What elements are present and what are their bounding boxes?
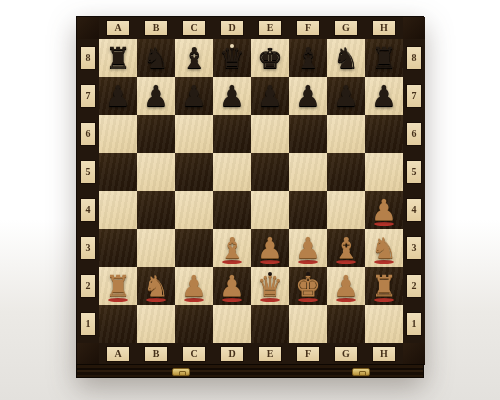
chess-board-wrap: ABCDEFGH8♜♞♝♛♚♝♞♜87♟♟♟♟♟♟♟♟766554♟43♝♟♟♝… <box>76 16 424 378</box>
white-queen[interactable]: ♛ <box>257 272 283 301</box>
square-b4[interactable] <box>137 191 175 229</box>
rank-label-left-4-tile: 4 <box>80 198 96 222</box>
square-e7[interactable]: ♟ <box>251 77 289 115</box>
black-knight[interactable]: ♞ <box>143 44 169 73</box>
square-h5[interactable] <box>365 153 403 191</box>
white-pawn[interactable]: ♟ <box>295 234 321 263</box>
rank-label-right-1-tile: 1 <box>406 312 422 336</box>
square-g1[interactable] <box>327 305 365 343</box>
square-g3[interactable]: ♝ <box>327 229 365 267</box>
square-a3[interactable] <box>99 229 137 267</box>
file-label-bottom-h-tile: H <box>372 346 396 362</box>
file-label-bottom-d-tile: D <box>220 346 244 362</box>
square-g4[interactable] <box>327 191 365 229</box>
square-c4[interactable] <box>175 191 213 229</box>
file-label-top-e: E <box>251 17 289 39</box>
black-rook[interactable]: ♜ <box>105 44 131 73</box>
square-f3[interactable]: ♟ <box>289 229 327 267</box>
square-f7[interactable]: ♟ <box>289 77 327 115</box>
square-h4[interactable]: ♟ <box>365 191 403 229</box>
rank-label-left-3-tile: 3 <box>80 236 96 260</box>
file-label-bottom-c: C <box>175 343 213 365</box>
brass-clasp-2 <box>352 368 370 376</box>
file-label-bottom-c-tile: C <box>182 346 206 362</box>
file-label-top-b-tile: B <box>144 20 168 36</box>
rank-label-left-5-tile: 5 <box>80 160 96 184</box>
black-pawn[interactable]: ♟ <box>219 82 245 111</box>
file-label-bottom-f: F <box>289 343 327 365</box>
white-rook[interactable]: ♜ <box>371 272 397 301</box>
square-e5[interactable] <box>251 153 289 191</box>
square-e3[interactable]: ♟ <box>251 229 289 267</box>
white-bishop[interactable]: ♝ <box>219 234 245 263</box>
rank-label-right-2-tile: 2 <box>406 274 422 298</box>
square-a2[interactable]: ♜ <box>99 267 137 305</box>
square-g5[interactable] <box>327 153 365 191</box>
square-g7[interactable]: ♟ <box>327 77 365 115</box>
brass-clasp-1 <box>172 368 190 376</box>
square-b1[interactable] <box>137 305 175 343</box>
square-f6[interactable] <box>289 115 327 153</box>
black-pawn[interactable]: ♟ <box>181 82 207 111</box>
square-d5[interactable] <box>213 153 251 191</box>
square-c3[interactable] <box>175 229 213 267</box>
file-label-bottom-f-tile: F <box>296 346 320 362</box>
square-d8[interactable]: ♛ <box>213 39 251 77</box>
square-b7[interactable]: ♟ <box>137 77 175 115</box>
folding-box-front-edge <box>76 364 424 378</box>
rank-label-left-8-tile: 8 <box>80 46 96 70</box>
black-king[interactable]: ♚ <box>257 44 283 73</box>
file-label-top-h: H <box>365 17 403 39</box>
black-bishop[interactable]: ♝ <box>295 44 321 73</box>
square-b2[interactable]: ♞ <box>137 267 175 305</box>
square-c2[interactable]: ♟ <box>175 267 213 305</box>
file-label-top-d: D <box>213 17 251 39</box>
square-f4[interactable] <box>289 191 327 229</box>
square-a1[interactable] <box>99 305 137 343</box>
rank-label-left-3: 3 <box>77 229 99 267</box>
square-b8[interactable]: ♞ <box>137 39 175 77</box>
square-e6[interactable] <box>251 115 289 153</box>
white-rook[interactable]: ♜ <box>105 272 131 301</box>
square-d1[interactable] <box>213 305 251 343</box>
file-label-bottom-a: A <box>99 343 137 365</box>
rank-label-right-5-tile: 5 <box>406 160 422 184</box>
rank-label-right-4-tile: 4 <box>406 198 422 222</box>
rank-label-right-5: 5 <box>403 153 425 191</box>
black-pawn[interactable]: ♟ <box>105 82 131 111</box>
black-queen[interactable]: ♛ <box>219 44 245 73</box>
rank-label-right-6-tile: 6 <box>406 122 422 146</box>
square-e4[interactable] <box>251 191 289 229</box>
square-a4[interactable] <box>99 191 137 229</box>
square-b3[interactable] <box>137 229 175 267</box>
white-pawn[interactable]: ♟ <box>181 272 207 301</box>
white-knight[interactable]: ♞ <box>143 272 169 301</box>
black-bishop[interactable]: ♝ <box>181 44 207 73</box>
file-label-top-f-tile: F <box>296 20 320 36</box>
square-f1[interactable] <box>289 305 327 343</box>
file-label-bottom-d: D <box>213 343 251 365</box>
square-h3[interactable]: ♞ <box>365 229 403 267</box>
square-g8[interactable]: ♞ <box>327 39 365 77</box>
square-e8[interactable]: ♚ <box>251 39 289 77</box>
square-c6[interactable] <box>175 115 213 153</box>
rank-label-right-3-tile: 3 <box>406 236 422 260</box>
square-a6[interactable] <box>99 115 137 153</box>
file-label-top-g-tile: G <box>334 20 358 36</box>
rank-label-right-8-tile: 8 <box>406 46 422 70</box>
black-pawn[interactable]: ♟ <box>295 82 321 111</box>
rank-label-left-2: 2 <box>77 267 99 305</box>
rank-label-left-1-tile: 1 <box>80 312 96 336</box>
file-label-top-h-tile: H <box>372 20 396 36</box>
file-label-top-a-tile: A <box>106 20 130 36</box>
square-a8[interactable]: ♜ <box>99 39 137 77</box>
frame-corner-top-right <box>403 17 425 39</box>
file-label-bottom-b-tile: B <box>144 346 168 362</box>
square-h2[interactable]: ♜ <box>365 267 403 305</box>
square-a7[interactable]: ♟ <box>99 77 137 115</box>
rank-label-left-5: 5 <box>77 153 99 191</box>
white-pawn[interactable]: ♟ <box>371 196 397 225</box>
finial-tip <box>306 272 310 276</box>
rank-label-right-3: 3 <box>403 229 425 267</box>
chess-board: ABCDEFGH8♜♞♝♛♚♝♞♜87♟♟♟♟♟♟♟♟766554♟43♝♟♟♝… <box>76 16 424 364</box>
square-h6[interactable] <box>365 115 403 153</box>
square-h1[interactable] <box>365 305 403 343</box>
white-bishop[interactable]: ♝ <box>333 234 359 263</box>
square-d2[interactable]: ♟ <box>213 267 251 305</box>
white-pawn[interactable]: ♟ <box>333 272 359 301</box>
file-label-top-d-tile: D <box>220 20 244 36</box>
frame-corner-top-left <box>77 17 99 39</box>
white-pawn[interactable]: ♟ <box>257 234 283 263</box>
rank-label-left-1: 1 <box>77 305 99 343</box>
product-photo-scene: ABCDEFGH8♜♞♝♛♚♝♞♜87♟♟♟♟♟♟♟♟766554♟43♝♟♟♝… <box>0 0 500 400</box>
white-pawn[interactable]: ♟ <box>219 272 245 301</box>
rank-label-right-2: 2 <box>403 267 425 305</box>
square-f5[interactable] <box>289 153 327 191</box>
file-label-bottom-e: E <box>251 343 289 365</box>
rank-label-left-4: 4 <box>77 191 99 229</box>
square-h7[interactable]: ♟ <box>365 77 403 115</box>
square-g2[interactable]: ♟ <box>327 267 365 305</box>
square-g6[interactable] <box>327 115 365 153</box>
square-b6[interactable] <box>137 115 175 153</box>
square-c5[interactable] <box>175 153 213 191</box>
file-label-top-f: F <box>289 17 327 39</box>
black-knight[interactable]: ♞ <box>333 44 359 73</box>
file-label-bottom-b: B <box>137 343 175 365</box>
rank-label-right-8: 8 <box>403 39 425 77</box>
file-label-bottom-h: H <box>365 343 403 365</box>
finial-tip <box>268 44 272 48</box>
rank-label-right-4: 4 <box>403 191 425 229</box>
square-d4[interactable] <box>213 191 251 229</box>
rank-label-left-8: 8 <box>77 39 99 77</box>
rank-label-left-2-tile: 2 <box>80 274 96 298</box>
rank-label-right-1: 1 <box>403 305 425 343</box>
file-label-bottom-g: G <box>327 343 365 365</box>
square-c8[interactable]: ♝ <box>175 39 213 77</box>
file-label-top-c-tile: C <box>182 20 206 36</box>
file-label-top-a: A <box>99 17 137 39</box>
square-c1[interactable] <box>175 305 213 343</box>
file-label-top-g: G <box>327 17 365 39</box>
square-d6[interactable] <box>213 115 251 153</box>
finial-tip <box>268 272 272 276</box>
file-label-bottom-g-tile: G <box>334 346 358 362</box>
rank-label-left-6-tile: 6 <box>80 122 96 146</box>
black-pawn[interactable]: ♟ <box>257 82 283 111</box>
square-h8[interactable]: ♜ <box>365 39 403 77</box>
rank-label-left-7-tile: 7 <box>80 84 96 108</box>
frame-corner-bottom-left <box>77 343 99 365</box>
square-e2[interactable]: ♛ <box>251 267 289 305</box>
file-label-top-b: B <box>137 17 175 39</box>
square-b5[interactable] <box>137 153 175 191</box>
rank-label-right-6: 6 <box>403 115 425 153</box>
rank-label-left-6: 6 <box>77 115 99 153</box>
square-e1[interactable] <box>251 305 289 343</box>
square-d7[interactable]: ♟ <box>213 77 251 115</box>
finial-tip <box>230 44 234 48</box>
square-f8[interactable]: ♝ <box>289 39 327 77</box>
file-label-bottom-a-tile: A <box>106 346 130 362</box>
rank-label-right-7: 7 <box>403 77 425 115</box>
file-label-bottom-e-tile: E <box>258 346 282 362</box>
square-c7[interactable]: ♟ <box>175 77 213 115</box>
white-king[interactable]: ♚ <box>295 272 321 301</box>
rank-label-right-7-tile: 7 <box>406 84 422 108</box>
square-f2[interactable]: ♚ <box>289 267 327 305</box>
file-label-top-c: C <box>175 17 213 39</box>
black-rook[interactable]: ♜ <box>371 44 397 73</box>
file-label-top-e-tile: E <box>258 20 282 36</box>
rank-label-left-7: 7 <box>77 77 99 115</box>
square-a5[interactable] <box>99 153 137 191</box>
square-d3[interactable]: ♝ <box>213 229 251 267</box>
black-pawn[interactable]: ♟ <box>333 82 359 111</box>
black-pawn[interactable]: ♟ <box>143 82 169 111</box>
black-pawn[interactable]: ♟ <box>371 82 397 111</box>
frame-corner-bottom-right <box>403 343 425 365</box>
white-knight[interactable]: ♞ <box>371 234 397 263</box>
